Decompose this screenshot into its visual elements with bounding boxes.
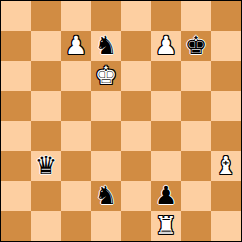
square-f4[interactable] — [151, 121, 181, 151]
square-c7[interactable]: ♟ — [61, 31, 91, 61]
square-d7[interactable]: ♞ — [91, 31, 121, 61]
square-c8[interactable] — [61, 1, 91, 31]
square-h3[interactable]: ♝ — [211, 151, 241, 181]
square-b8[interactable] — [31, 1, 61, 31]
square-f3[interactable] — [151, 151, 181, 181]
square-h1[interactable] — [211, 211, 241, 241]
square-a8[interactable] — [1, 1, 31, 31]
square-d2[interactable]: ♞ — [91, 181, 121, 211]
square-e4[interactable] — [121, 121, 151, 151]
square-d5[interactable] — [91, 91, 121, 121]
square-d1[interactable] — [91, 211, 121, 241]
square-a4[interactable] — [1, 121, 31, 151]
square-f5[interactable] — [151, 91, 181, 121]
square-e3[interactable] — [121, 151, 151, 181]
piece-white-rook[interactable]: ♜ — [155, 211, 177, 241]
square-h4[interactable] — [211, 121, 241, 151]
piece-white-bishop[interactable]: ♝ — [215, 151, 237, 181]
square-b6[interactable] — [31, 61, 61, 91]
square-g2[interactable] — [181, 181, 211, 211]
chess-board-frame: ♟♞♟♚♚♛♝♞♟♜ — [0, 1, 242, 242]
square-h6[interactable] — [211, 61, 241, 91]
square-b2[interactable] — [31, 181, 61, 211]
square-a7[interactable] — [1, 31, 31, 61]
square-g3[interactable] — [181, 151, 211, 181]
square-f1[interactable]: ♜ — [151, 211, 181, 241]
square-e2[interactable] — [121, 181, 151, 211]
square-d3[interactable] — [91, 151, 121, 181]
square-c6[interactable] — [61, 61, 91, 91]
square-c5[interactable] — [61, 91, 91, 121]
square-c3[interactable] — [61, 151, 91, 181]
piece-black-king[interactable]: ♚ — [185, 31, 207, 61]
square-b5[interactable] — [31, 91, 61, 121]
square-b4[interactable] — [31, 121, 61, 151]
square-a3[interactable] — [1, 151, 31, 181]
square-g5[interactable] — [181, 91, 211, 121]
square-f6[interactable] — [151, 61, 181, 91]
square-h5[interactable] — [211, 91, 241, 121]
square-f7[interactable]: ♟ — [151, 31, 181, 61]
piece-black-knight[interactable]: ♞ — [95, 31, 117, 61]
chess-board: ♟♞♟♚♚♛♝♞♟♜ — [1, 1, 241, 241]
square-h7[interactable] — [211, 31, 241, 61]
piece-white-pawn[interactable]: ♟ — [65, 31, 87, 61]
square-a2[interactable] — [1, 181, 31, 211]
square-g6[interactable] — [181, 61, 211, 91]
square-c2[interactable] — [61, 181, 91, 211]
square-c1[interactable] — [61, 211, 91, 241]
square-f2[interactable]: ♟ — [151, 181, 181, 211]
square-e6[interactable] — [121, 61, 151, 91]
square-d6[interactable]: ♚ — [91, 61, 121, 91]
square-e8[interactable] — [121, 1, 151, 31]
square-g1[interactable] — [181, 211, 211, 241]
square-b1[interactable] — [31, 211, 61, 241]
square-e5[interactable] — [121, 91, 151, 121]
square-a5[interactable] — [1, 91, 31, 121]
piece-black-pawn[interactable]: ♟ — [155, 181, 177, 211]
piece-white-king[interactable]: ♚ — [95, 61, 117, 91]
piece-black-knight[interactable]: ♞ — [95, 181, 117, 211]
square-b7[interactable] — [31, 31, 61, 61]
square-e1[interactable] — [121, 211, 151, 241]
square-a1[interactable] — [1, 211, 31, 241]
piece-white-pawn[interactable]: ♟ — [155, 31, 177, 61]
square-b3[interactable]: ♛ — [31, 151, 61, 181]
square-d4[interactable] — [91, 121, 121, 151]
square-g8[interactable] — [181, 1, 211, 31]
square-a6[interactable] — [1, 61, 31, 91]
piece-black-queen[interactable]: ♛ — [35, 151, 57, 181]
square-h8[interactable] — [211, 1, 241, 31]
square-h2[interactable] — [211, 181, 241, 211]
square-f8[interactable] — [151, 1, 181, 31]
square-e7[interactable] — [121, 31, 151, 61]
square-d8[interactable] — [91, 1, 121, 31]
square-g7[interactable]: ♚ — [181, 31, 211, 61]
square-c4[interactable] — [61, 121, 91, 151]
square-g4[interactable] — [181, 121, 211, 151]
